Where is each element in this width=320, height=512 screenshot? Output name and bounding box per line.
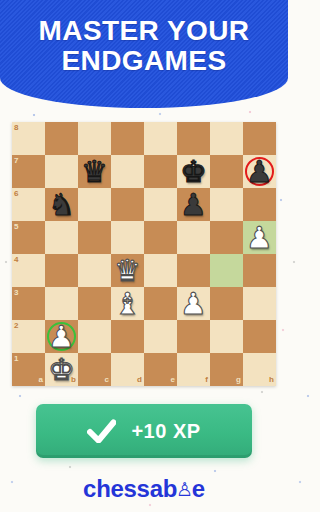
square-e5[interactable] <box>144 221 177 254</box>
black-pawn[interactable]: ♟ <box>243 155 276 188</box>
rank-label: 1 <box>14 355 18 363</box>
promo-banner: MASTER YOUR ENDGAMES <box>0 0 288 108</box>
square-d2[interactable] <box>111 320 144 353</box>
square-c7[interactable]: ♛ <box>78 155 111 188</box>
square-d4[interactable]: ♛ <box>111 254 144 287</box>
rank-label: 3 <box>14 289 18 297</box>
square-g6[interactable] <box>210 188 243 221</box>
black-queen[interactable]: ♛ <box>78 155 111 188</box>
square-f8[interactable] <box>177 122 210 155</box>
white-bishop[interactable]: ♝ <box>111 287 144 320</box>
square-h6[interactable] <box>243 188 276 221</box>
square-a2[interactable]: 2 <box>12 320 45 353</box>
checkmark-icon <box>87 419 116 443</box>
square-a8[interactable]: 8 <box>12 122 45 155</box>
square-b3[interactable] <box>45 287 78 320</box>
file-label: g <box>236 376 241 384</box>
file-label: a <box>39 376 43 384</box>
square-d8[interactable] <box>111 122 144 155</box>
pawn-letter-l-icon: ♙ <box>176 478 193 500</box>
xp-label: +10 XP <box>131 420 200 443</box>
square-c4[interactable] <box>78 254 111 287</box>
square-b8[interactable] <box>45 122 78 155</box>
square-b4[interactable] <box>45 254 78 287</box>
square-e1[interactable]: e <box>144 353 177 386</box>
square-d5[interactable] <box>111 221 144 254</box>
square-b6[interactable]: ♞ <box>45 188 78 221</box>
square-d3[interactable]: ♝ <box>111 287 144 320</box>
square-d7[interactable] <box>111 155 144 188</box>
chessable-logo: chessab♙e <box>0 475 288 503</box>
square-e6[interactable] <box>144 188 177 221</box>
xp-reward-button[interactable]: +10 XP <box>36 404 252 458</box>
banner-line2: ENDGAMES <box>0 46 288 76</box>
white-queen[interactable]: ♛ <box>111 254 144 287</box>
square-f2[interactable] <box>177 320 210 353</box>
square-g1[interactable]: g <box>210 353 243 386</box>
white-pawn[interactable]: ♟ <box>45 320 78 353</box>
square-e2[interactable] <box>144 320 177 353</box>
rank-label: 4 <box>14 256 18 264</box>
square-e4[interactable] <box>144 254 177 287</box>
square-h4[interactable] <box>243 254 276 287</box>
file-label: e <box>171 376 175 384</box>
file-label: c <box>105 376 109 384</box>
square-h3[interactable] <box>243 287 276 320</box>
square-b1[interactable]: b♚ <box>45 353 78 386</box>
square-f7[interactable]: ♚ <box>177 155 210 188</box>
square-f1[interactable]: f <box>177 353 210 386</box>
file-label: f <box>205 376 208 384</box>
square-g5[interactable] <box>210 221 243 254</box>
square-g7[interactable] <box>210 155 243 188</box>
chess-board[interactable]: 87♛♚♟6♞♟5♟4♛3♝♟2♟1ab♚cdefgh <box>12 122 276 386</box>
rank-label: 5 <box>14 223 18 231</box>
rank-label: 2 <box>14 322 18 330</box>
square-b2[interactable]: ♟ <box>45 320 78 353</box>
square-c3[interactable] <box>78 287 111 320</box>
square-a1[interactable]: 1a <box>12 353 45 386</box>
white-pawn[interactable]: ♟ <box>243 221 276 254</box>
square-a4[interactable]: 4 <box>12 254 45 287</box>
square-c8[interactable] <box>78 122 111 155</box>
rank-label: 6 <box>14 190 18 198</box>
square-g3[interactable] <box>210 287 243 320</box>
square-f5[interactable] <box>177 221 210 254</box>
square-c5[interactable] <box>78 221 111 254</box>
rank-label: 7 <box>14 157 18 165</box>
square-g2[interactable] <box>210 320 243 353</box>
square-e3[interactable] <box>144 287 177 320</box>
logo-text-prefix: chessab <box>83 475 177 502</box>
square-a7[interactable]: 7 <box>12 155 45 188</box>
square-d1[interactable]: d <box>111 353 144 386</box>
white-pawn[interactable]: ♟ <box>177 287 210 320</box>
square-e8[interactable] <box>144 122 177 155</box>
black-knight[interactable]: ♞ <box>45 188 78 221</box>
black-pawn[interactable]: ♟ <box>177 188 210 221</box>
square-f4[interactable] <box>177 254 210 287</box>
square-h1[interactable]: h <box>243 353 276 386</box>
square-a3[interactable]: 3 <box>12 287 45 320</box>
square-g8[interactable] <box>210 122 243 155</box>
white-king[interactable]: ♚ <box>45 353 78 386</box>
square-c1[interactable]: c <box>78 353 111 386</box>
black-king[interactable]: ♚ <box>177 155 210 188</box>
square-h7[interactable]: ♟ <box>243 155 276 188</box>
square-e7[interactable] <box>144 155 177 188</box>
file-label: h <box>269 376 274 384</box>
square-h8[interactable] <box>243 122 276 155</box>
square-a6[interactable]: 6 <box>12 188 45 221</box>
square-g4[interactable] <box>210 254 243 287</box>
square-h2[interactable] <box>243 320 276 353</box>
square-d6[interactable] <box>111 188 144 221</box>
logo-text-suffix: e <box>192 475 205 502</box>
square-b5[interactable] <box>45 221 78 254</box>
rank-label: 8 <box>14 124 18 132</box>
banner-line1: MASTER YOUR <box>0 16 288 46</box>
file-label: d <box>137 376 142 384</box>
square-f3[interactable]: ♟ <box>177 287 210 320</box>
square-c2[interactable] <box>78 320 111 353</box>
square-h5[interactable]: ♟ <box>243 221 276 254</box>
square-b7[interactable] <box>45 155 78 188</box>
square-f6[interactable]: ♟ <box>177 188 210 221</box>
square-c6[interactable] <box>78 188 111 221</box>
square-a5[interactable]: 5 <box>12 221 45 254</box>
